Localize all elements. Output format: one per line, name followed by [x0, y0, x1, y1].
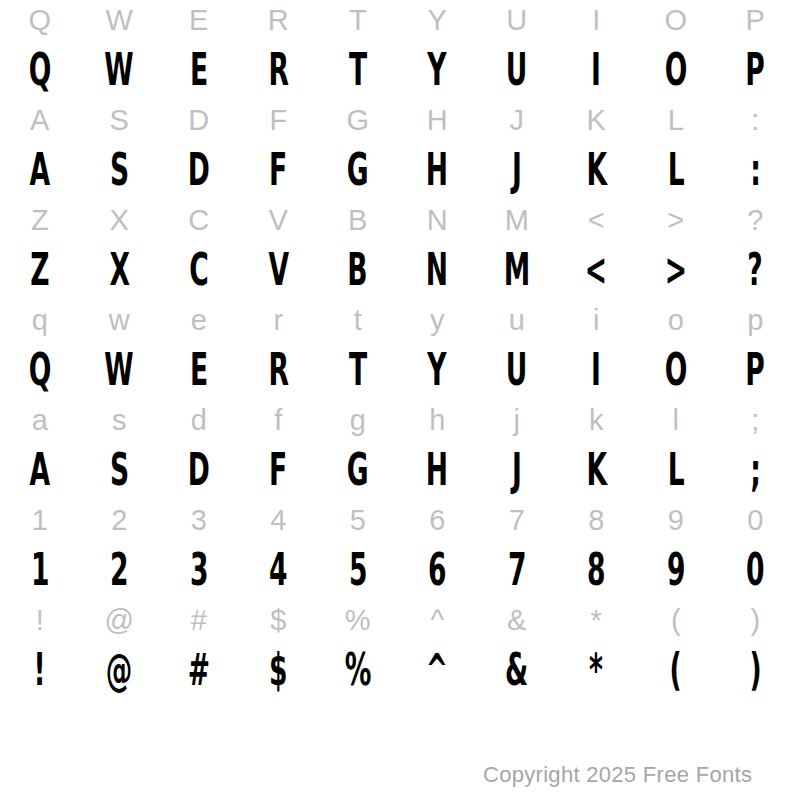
reference-char: P: [746, 6, 765, 35]
char-cell-reference-r1-c3: E: [159, 0, 239, 40]
char-cell-reference-r13-c3: #: [159, 600, 239, 640]
char-cell-reference-r13-c10: ): [716, 600, 796, 640]
glyph-char: ;: [750, 448, 761, 492]
glyph-char: G: [347, 148, 369, 192]
reference-char: #: [191, 606, 207, 635]
char-cell-reference-r13-c9: (: [636, 600, 716, 640]
char-cell-reference-r3-c2: S: [80, 100, 160, 140]
reference-char: w: [109, 306, 130, 335]
char-cell-glyph-r2-c4: R: [239, 40, 319, 100]
char-cell-reference-r13-c5: %: [318, 600, 398, 640]
char-cell-reference-r11-c5: 5: [318, 500, 398, 540]
glyph-char: 9: [666, 548, 685, 592]
char-cell-glyph-r12-c10: 0: [716, 540, 796, 600]
reference-char: l: [673, 406, 679, 435]
char-cell-reference-r11-c9: 9: [636, 500, 716, 540]
char-cell-glyph-r12-c6: 6: [398, 540, 478, 600]
char-cell-glyph-r10-c7: J: [477, 440, 557, 500]
reference-char: 7: [509, 506, 525, 535]
char-cell-reference-r1-c2: W: [80, 0, 160, 40]
reference-char: Z: [31, 206, 49, 235]
char-cell-reference-r7-c9: o: [636, 300, 716, 340]
char-cell-glyph-r6-c5: B: [318, 240, 398, 300]
reference-char: 2: [111, 506, 127, 535]
char-cell-reference-r7-c5: t: [318, 300, 398, 340]
reference-char: B: [348, 206, 367, 235]
glyph-char: @: [106, 648, 133, 692]
glyph-char: W: [105, 348, 134, 392]
char-cell-glyph-r8-c9: O: [636, 340, 716, 400]
char-cell-glyph-r6-c7: M: [477, 240, 557, 300]
char-cell-reference-r5-c5: B: [318, 200, 398, 240]
reference-char: V: [269, 206, 288, 235]
char-cell-glyph-r10-c1: A: [0, 440, 80, 500]
reference-char: W: [106, 6, 133, 35]
glyph-char: D: [188, 148, 210, 192]
char-cell-glyph-r10-c5: G: [318, 440, 398, 500]
reference-char: &: [507, 606, 526, 635]
glyph-char: ?: [748, 248, 763, 292]
character-map-grid: QWERTYUIOPQWERTYUIOPASDFGHJKL:ASDFGHJKL:…: [0, 0, 795, 700]
char-cell-glyph-r10-c9: L: [636, 440, 716, 500]
char-cell-reference-r7-c6: y: [398, 300, 478, 340]
reference-char: N: [427, 206, 448, 235]
reference-char: T: [349, 6, 367, 35]
char-cell-reference-r7-c7: u: [477, 300, 557, 340]
char-cell-glyph-r6-c9: >: [636, 240, 716, 300]
char-cell-glyph-r2-c6: Y: [398, 40, 478, 100]
char-cell-glyph-r4-c10: :: [716, 140, 796, 200]
char-cell-reference-r9-c4: f: [239, 400, 319, 440]
glyph-char: A: [29, 448, 50, 492]
char-cell-glyph-r6-c6: N: [398, 240, 478, 300]
char-cell-reference-r11-c10: 0: [716, 500, 796, 540]
reference-char: a: [32, 406, 48, 435]
glyph-char: F: [269, 448, 287, 492]
glyph-char: T: [349, 48, 367, 92]
char-cell-glyph-r8-c7: U: [477, 340, 557, 400]
char-cell-glyph-r14-c2: @: [80, 640, 160, 700]
char-cell-glyph-r12-c7: 7: [477, 540, 557, 600]
glyph-char: G: [347, 448, 369, 492]
char-cell-glyph-r8-c6: Y: [398, 340, 478, 400]
char-cell-glyph-r8-c2: W: [80, 340, 160, 400]
char-cell-reference-r1-c4: R: [239, 0, 319, 40]
glyph-char: O: [664, 348, 687, 392]
glyph-char: Y: [428, 48, 447, 92]
char-cell-reference-r11-c1: 1: [0, 500, 80, 540]
reference-char: 6: [429, 506, 445, 535]
reference-char: @: [105, 606, 134, 635]
char-cell-reference-r9-c9: l: [636, 400, 716, 440]
reference-char: G: [346, 106, 369, 135]
char-cell-reference-r7-c4: r: [239, 300, 319, 340]
char-cell-reference-r7-c1: q: [0, 300, 80, 340]
glyph-char: C: [189, 248, 209, 292]
reference-char: C: [188, 206, 209, 235]
glyph-char: R: [268, 48, 288, 92]
glyph-char: S: [110, 448, 129, 492]
char-cell-reference-r3-c10: :: [716, 100, 796, 140]
char-cell-reference-r5-c1: Z: [0, 200, 80, 240]
char-cell-glyph-r4-c2: S: [80, 140, 160, 200]
reference-char: A: [30, 106, 49, 135]
char-cell-glyph-r8-c1: Q: [0, 340, 80, 400]
reference-char: s: [112, 406, 127, 435]
char-cell-glyph-r4-c1: A: [0, 140, 80, 200]
glyph-char: 0: [746, 548, 765, 592]
char-cell-reference-r1-c10: P: [716, 0, 796, 40]
char-cell-reference-r1-c9: O: [636, 0, 716, 40]
glyph-char: 6: [428, 548, 447, 592]
reference-char: K: [587, 106, 606, 135]
reference-char: o: [668, 306, 684, 335]
reference-char: %: [345, 606, 371, 635]
char-cell-reference-r1-c5: T: [318, 0, 398, 40]
char-cell-glyph-r12-c9: 9: [636, 540, 716, 600]
char-cell-reference-r3-c4: F: [239, 100, 319, 140]
reference-char: M: [505, 206, 529, 235]
reference-char: >: [667, 206, 684, 235]
reference-char: e: [191, 306, 207, 335]
char-cell-reference-r11-c3: 3: [159, 500, 239, 540]
reference-char: d: [191, 406, 207, 435]
glyph-char: J: [512, 448, 522, 492]
char-cell-glyph-r10-c6: H: [398, 440, 478, 500]
reference-char: 1: [32, 506, 48, 535]
reference-char: L: [668, 106, 684, 135]
char-cell-glyph-r14-c4: $: [239, 640, 319, 700]
char-cell-glyph-r10-c3: D: [159, 440, 239, 500]
reference-char: <: [588, 206, 605, 235]
reference-char: J: [510, 106, 525, 135]
reference-char: 4: [270, 506, 286, 535]
char-cell-reference-r7-c3: e: [159, 300, 239, 340]
glyph-char: T: [349, 348, 367, 392]
char-cell-glyph-r8-c10: P: [716, 340, 796, 400]
char-cell-reference-r9-c2: s: [80, 400, 160, 440]
reference-char: r: [273, 306, 283, 335]
glyph-char: N: [426, 248, 448, 292]
glyph-char: #: [188, 648, 210, 692]
reference-char: q: [32, 306, 48, 335]
reference-char: O: [664, 6, 687, 35]
char-cell-glyph-r6-c8: <: [557, 240, 637, 300]
char-cell-reference-r7-c10: p: [716, 300, 796, 340]
reference-char: R: [268, 6, 289, 35]
char-cell-glyph-r6-c10: ?: [716, 240, 796, 300]
reference-char: Q: [28, 6, 51, 35]
char-cell-glyph-r4-c6: H: [398, 140, 478, 200]
reference-char: 9: [668, 506, 684, 535]
reference-char: :: [751, 106, 759, 135]
char-cell-glyph-r2-c5: T: [318, 40, 398, 100]
glyph-char: E: [190, 348, 208, 392]
reference-char: 3: [191, 506, 207, 535]
glyph-char: :: [750, 148, 761, 192]
glyph-char: S: [110, 148, 129, 192]
reference-char: 5: [350, 506, 366, 535]
glyph-char: P: [745, 48, 765, 92]
glyph-char: J: [512, 148, 522, 192]
char-cell-glyph-r4-c3: D: [159, 140, 239, 200]
glyph-char: 8: [587, 548, 606, 592]
glyph-char: E: [190, 48, 208, 92]
reference-char: I: [592, 6, 600, 35]
char-cell-glyph-r14-c8: *: [557, 640, 637, 700]
char-cell-reference-r9-c8: k: [557, 400, 637, 440]
glyph-char: I: [591, 48, 601, 92]
reference-char: 0: [747, 506, 763, 535]
glyph-char: A: [29, 148, 50, 192]
char-cell-glyph-r10-c4: F: [239, 440, 319, 500]
glyph-char: R: [268, 348, 288, 392]
char-cell-glyph-r14-c6: ^: [398, 640, 478, 700]
glyph-char: Q: [28, 48, 51, 92]
char-cell-reference-r11-c2: 2: [80, 500, 160, 540]
glyph-char: M: [504, 248, 530, 292]
char-cell-glyph-r10-c10: ;: [716, 440, 796, 500]
char-cell-glyph-r12-c1: 1: [0, 540, 80, 600]
glyph-char: Q: [28, 348, 51, 392]
glyph-char: P: [745, 348, 765, 392]
char-cell-reference-r3-c9: L: [636, 100, 716, 140]
reference-char: X: [110, 206, 129, 235]
glyph-char: H: [426, 448, 448, 492]
reference-char: S: [110, 106, 129, 135]
copyright-text: Copyright 2025 Free Fonts: [483, 762, 752, 788]
char-cell-glyph-r14-c1: !: [0, 640, 80, 700]
char-cell-reference-r5-c7: M: [477, 200, 557, 240]
char-cell-glyph-r10-c8: K: [557, 440, 637, 500]
char-cell-glyph-r4-c5: G: [318, 140, 398, 200]
char-cell-reference-r13-c8: *: [557, 600, 637, 640]
reference-char: F: [269, 106, 287, 135]
reference-char: f: [274, 406, 282, 435]
glyph-char: 3: [189, 548, 208, 592]
char-cell-glyph-r12-c4: 4: [239, 540, 319, 600]
glyph-char: Z: [30, 248, 49, 292]
glyph-char: O: [664, 48, 687, 92]
reference-char: H: [427, 106, 448, 135]
glyph-char: <: [585, 248, 607, 292]
char-cell-glyph-r14-c7: &: [477, 640, 557, 700]
glyph-char: $: [269, 648, 288, 692]
char-cell-glyph-r14-c9: (: [636, 640, 716, 700]
glyph-char: U: [506, 48, 528, 92]
char-cell-glyph-r14-c10: ): [716, 640, 796, 700]
char-cell-glyph-r8-c5: T: [318, 340, 398, 400]
glyph-char: K: [586, 448, 607, 492]
char-cell-glyph-r4-c8: K: [557, 140, 637, 200]
glyph-char: U: [506, 348, 528, 392]
char-cell-reference-r7-c8: i: [557, 300, 637, 340]
char-cell-glyph-r8-c4: R: [239, 340, 319, 400]
reference-char: *: [591, 606, 602, 635]
glyph-char: B: [348, 248, 368, 292]
char-cell-glyph-r2-c2: W: [80, 40, 160, 100]
char-cell-glyph-r4-c4: F: [239, 140, 319, 200]
reference-char: h: [429, 406, 445, 435]
char-cell-reference-r3-c8: K: [557, 100, 637, 140]
char-cell-reference-r5-c3: C: [159, 200, 239, 240]
char-cell-reference-r3-c1: A: [0, 100, 80, 140]
reference-char: E: [189, 6, 208, 35]
char-cell-glyph-r12-c8: 8: [557, 540, 637, 600]
reference-char: ): [750, 606, 760, 635]
char-cell-glyph-r2-c3: E: [159, 40, 239, 100]
char-cell-reference-r1-c7: U: [477, 0, 557, 40]
glyph-char: I: [591, 348, 601, 392]
char-cell-glyph-r6-c2: X: [80, 240, 160, 300]
char-cell-reference-r9-c6: h: [398, 400, 478, 440]
char-cell-reference-r13-c6: ^: [398, 600, 478, 640]
glyph-char: 1: [30, 548, 49, 592]
char-cell-reference-r5-c6: N: [398, 200, 478, 240]
reference-char: D: [188, 106, 209, 135]
glyph-char: !: [34, 648, 46, 692]
char-cell-glyph-r4-c7: J: [477, 140, 557, 200]
char-cell-reference-r5-c2: X: [80, 200, 160, 240]
reference-char: 8: [588, 506, 604, 535]
char-cell-reference-r11-c6: 6: [398, 500, 478, 540]
glyph-char: *: [589, 648, 603, 692]
glyph-char: K: [586, 148, 607, 192]
reference-char: (: [671, 606, 681, 635]
char-cell-reference-r5-c9: >: [636, 200, 716, 240]
char-cell-reference-r13-c2: @: [80, 600, 160, 640]
char-cell-glyph-r4-c9: L: [636, 140, 716, 200]
char-cell-reference-r3-c7: J: [477, 100, 557, 140]
glyph-char: (: [670, 648, 682, 692]
char-cell-reference-r3-c5: G: [318, 100, 398, 140]
reference-char: Y: [428, 6, 447, 35]
glyph-char: 5: [348, 548, 367, 592]
char-cell-glyph-r6-c3: C: [159, 240, 239, 300]
reference-char: i: [593, 306, 599, 335]
glyph-char: 7: [507, 548, 526, 592]
reference-char: p: [747, 306, 763, 335]
char-cell-reference-r9-c1: a: [0, 400, 80, 440]
char-cell-reference-r13-c7: &: [477, 600, 557, 640]
reference-char: $: [270, 606, 286, 635]
glyph-char: >: [665, 248, 687, 292]
glyph-char: H: [426, 148, 448, 192]
reference-char: u: [509, 306, 525, 335]
char-cell-reference-r1-c8: I: [557, 0, 637, 40]
char-cell-reference-r11-c7: 7: [477, 500, 557, 540]
char-cell-reference-r1-c1: Q: [0, 0, 80, 40]
char-cell-reference-r3-c6: H: [398, 100, 478, 140]
char-cell-reference-r7-c2: w: [80, 300, 160, 340]
glyph-char: X: [109, 248, 130, 292]
glyph-char: D: [188, 448, 210, 492]
glyph-char: L: [667, 148, 684, 192]
char-cell-glyph-r14-c3: #: [159, 640, 239, 700]
char-cell-reference-r9-c10: ;: [716, 400, 796, 440]
glyph-char: &: [505, 648, 528, 692]
char-cell-glyph-r2-c9: O: [636, 40, 716, 100]
glyph-char: Y: [428, 348, 447, 392]
char-cell-glyph-r2-c7: U: [477, 40, 557, 100]
char-cell-glyph-r2-c10: P: [716, 40, 796, 100]
char-cell-reference-r13-c4: $: [239, 600, 319, 640]
reference-char: t: [354, 306, 362, 335]
reference-char: y: [430, 306, 445, 335]
reference-char: !: [36, 606, 44, 635]
char-cell-glyph-r14-c5: %: [318, 640, 398, 700]
glyph-char: ): [749, 648, 761, 692]
char-cell-reference-r11-c8: 8: [557, 500, 637, 540]
char-cell-glyph-r12-c5: 5: [318, 540, 398, 600]
glyph-char: ^: [426, 648, 448, 692]
reference-char: g: [350, 406, 366, 435]
glyph-char: V: [268, 248, 289, 292]
glyph-char: %: [344, 648, 371, 692]
reference-char: j: [514, 406, 520, 435]
char-cell-glyph-r12-c3: 3: [159, 540, 239, 600]
reference-char: ;: [751, 406, 759, 435]
char-cell-reference-r11-c4: 4: [239, 500, 319, 540]
char-cell-reference-r1-c6: Y: [398, 0, 478, 40]
char-cell-reference-r9-c5: g: [318, 400, 398, 440]
char-cell-glyph-r10-c2: S: [80, 440, 160, 500]
glyph-char: L: [667, 448, 684, 492]
reference-char: ?: [747, 206, 763, 235]
char-cell-glyph-r8-c3: E: [159, 340, 239, 400]
char-cell-reference-r5-c10: ?: [716, 200, 796, 240]
char-cell-reference-r3-c3: D: [159, 100, 239, 140]
reference-char: U: [506, 6, 527, 35]
glyph-char: 2: [110, 548, 129, 592]
char-cell-glyph-r12-c2: 2: [80, 540, 160, 600]
char-cell-reference-r5-c4: V: [239, 200, 319, 240]
char-cell-glyph-r2-c8: I: [557, 40, 637, 100]
char-cell-reference-r9-c7: j: [477, 400, 557, 440]
char-cell-glyph-r2-c1: Q: [0, 40, 80, 100]
char-cell-reference-r13-c1: !: [0, 600, 80, 640]
reference-char: k: [589, 406, 604, 435]
char-cell-reference-r9-c3: d: [159, 400, 239, 440]
char-cell-glyph-r8-c8: I: [557, 340, 637, 400]
glyph-char: 4: [269, 548, 288, 592]
char-cell-glyph-r6-c1: Z: [0, 240, 80, 300]
font-specimen-page: QWERTYUIOPQWERTYUIOPASDFGHJKL:ASDFGHJKL:…: [0, 0, 800, 800]
char-cell-reference-r5-c8: <: [557, 200, 637, 240]
reference-char: ^: [430, 606, 444, 635]
glyph-char: F: [269, 148, 287, 192]
char-cell-glyph-r6-c4: V: [239, 240, 319, 300]
glyph-char: W: [105, 48, 134, 92]
